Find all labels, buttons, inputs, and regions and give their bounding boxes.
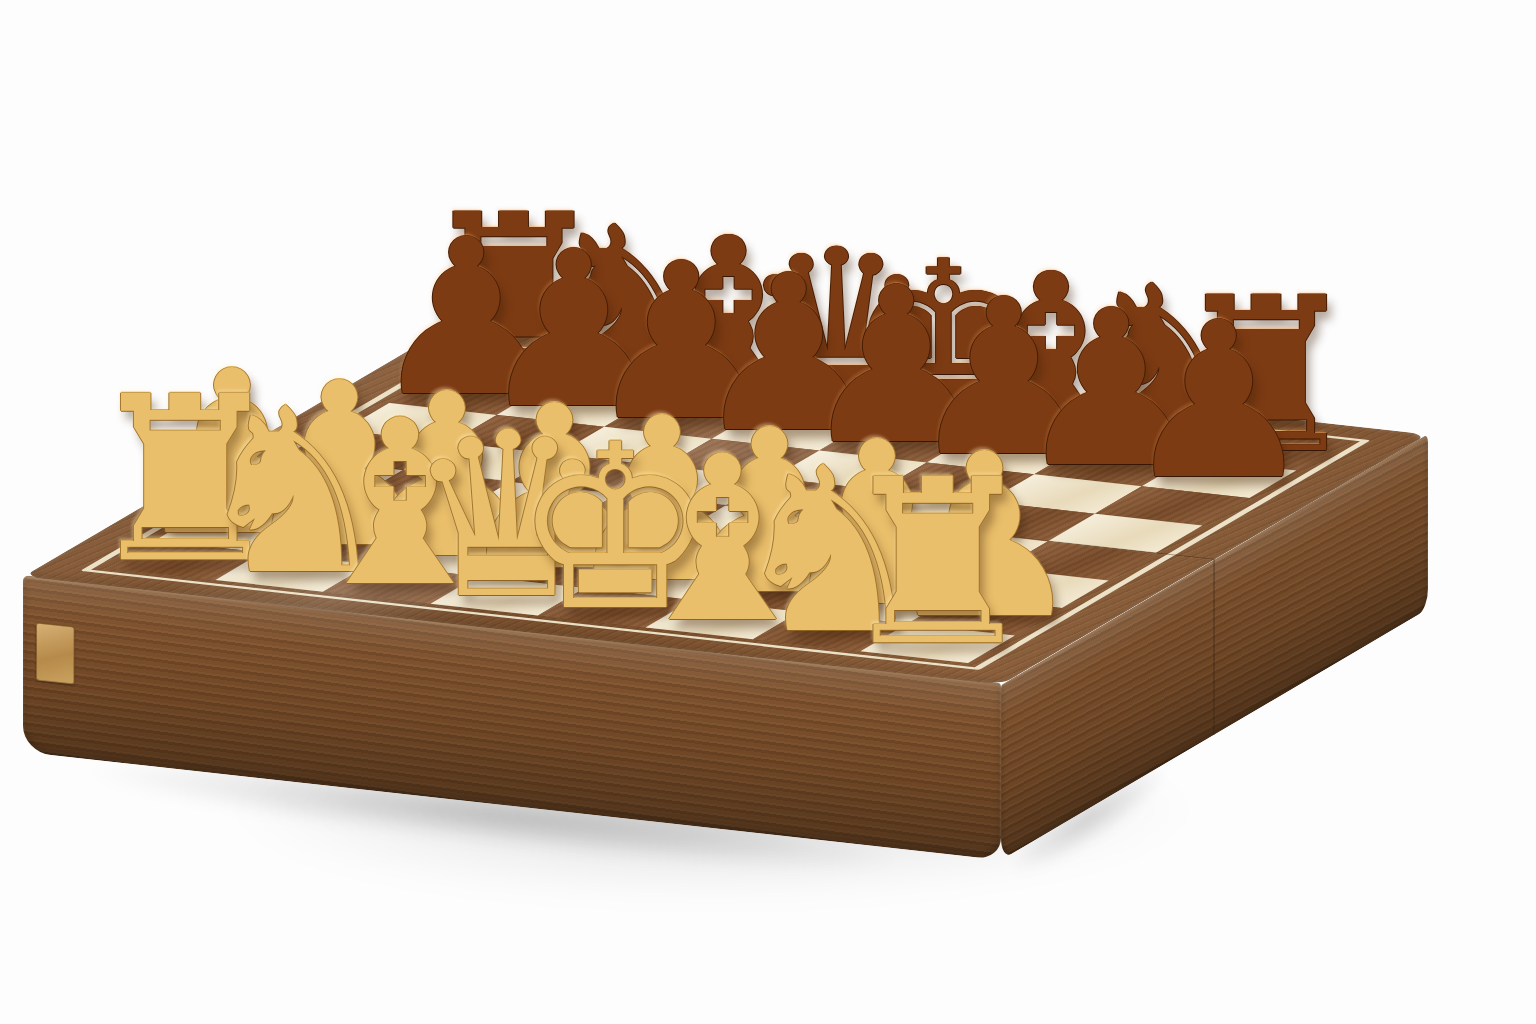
- pieces-layer: ♜♞♝♛♚♝♞♜♟♟♟♟♟♟♟♟♟♟♟♟♟♟♟♟♜♞♝♛♚♝♞♜: [0, 0, 1536, 1024]
- product-photo-scene: ♜♞♝♛♚♝♞♜♟♟♟♟♟♟♟♟♟♟♟♟♟♟♟♟♜♞♝♛♚♝♞♜: [0, 0, 1536, 1024]
- piece-black-pawn-h7[interactable]: ♟: [1122, 295, 1316, 511]
- piece-white-rook-h1[interactable]: ♜: [835, 450, 1039, 678]
